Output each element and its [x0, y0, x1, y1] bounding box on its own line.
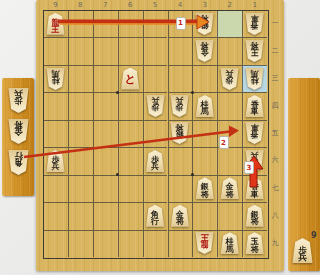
piece-kanji: 角行 [146, 211, 165, 227]
piece-kanji: 金将 [195, 40, 214, 56]
file-label-1: 1 [250, 1, 260, 9]
file-label-5: 5 [150, 1, 160, 9]
piece-kanji: と [121, 74, 140, 90]
piece-kanji: 王将 [245, 40, 264, 56]
square-86[interactable] [68, 147, 93, 174]
piece-kanji: 銀将 [195, 183, 214, 199]
square-59[interactable] [143, 230, 168, 257]
square-95[interactable] [43, 120, 68, 147]
square-26[interactable] [217, 147, 242, 174]
sente-hand-pawn-count: 9 [311, 231, 317, 240]
square-76[interactable] [93, 147, 118, 174]
square-24[interactable] [217, 92, 242, 119]
piece-kanji: 龍王 [195, 232, 214, 248]
piece-kanji: 香車 [245, 122, 264, 138]
piece-kanji: 銀将 [170, 122, 189, 138]
square-84[interactable] [68, 92, 93, 119]
square-57[interactable] [143, 175, 168, 202]
square-21[interactable] [217, 10, 242, 37]
square-62[interactable] [118, 37, 143, 64]
square-38[interactable] [192, 202, 217, 229]
square-75[interactable] [93, 120, 118, 147]
square-77[interactable] [93, 175, 118, 202]
square-28[interactable] [217, 202, 242, 229]
square-46[interactable] [168, 147, 193, 174]
square-79[interactable] [93, 230, 118, 257]
piece-kanji: 歩兵 [46, 156, 65, 172]
square-22[interactable] [217, 37, 242, 64]
rank-label-2: 二 [270, 47, 280, 55]
square-82[interactable] [68, 37, 93, 64]
square-81[interactable] [68, 10, 93, 37]
hoshi-dot [191, 91, 194, 94]
piece-kanji: 金将 [8, 119, 29, 135]
piece-kanji: 金将 [220, 183, 239, 199]
piece-kanji: 桂馬 [46, 68, 65, 84]
square-52[interactable] [143, 37, 168, 64]
piece-kanji: 角行 [8, 150, 29, 166]
piece-kanji: 歩兵 [220, 68, 239, 84]
piece-kanji: 桂馬 [195, 101, 214, 117]
square-33[interactable] [192, 65, 217, 92]
square-66[interactable] [118, 147, 143, 174]
shogi-app: 987654321一二三四五六七八九 龍王銀将香車金将王将桂馬と歩兵桂馬歩兵歩兵… [0, 0, 320, 275]
square-69[interactable] [118, 230, 143, 257]
square-65[interactable] [118, 120, 143, 147]
square-94[interactable] [43, 92, 68, 119]
piece-kanji: 歩兵 [292, 247, 313, 263]
piece-kanji: 金将 [170, 211, 189, 227]
square-68[interactable] [118, 202, 143, 229]
square-74[interactable] [93, 92, 118, 119]
piece-kanji: 歩兵 [8, 88, 29, 104]
rank-label-8: 八 [270, 211, 280, 219]
file-label-8: 8 [75, 1, 85, 9]
rank-label-6: 六 [270, 156, 280, 164]
file-label-6: 6 [125, 1, 135, 9]
rank-label-1: 一 [270, 19, 280, 27]
rank-label-9: 九 [270, 239, 280, 247]
square-25[interactable] [217, 120, 242, 147]
file-label-4: 4 [175, 1, 185, 9]
rank-label-3: 三 [270, 74, 280, 82]
square-35[interactable] [192, 120, 217, 147]
square-49[interactable] [168, 230, 193, 257]
piece-kanji: 歩兵 [146, 156, 165, 172]
square-67[interactable] [118, 175, 143, 202]
square-88[interactable] [68, 202, 93, 229]
piece-kanji: 歩兵 [146, 95, 165, 111]
square-89[interactable] [68, 230, 93, 257]
square-99[interactable] [43, 230, 68, 257]
square-72[interactable] [93, 37, 118, 64]
piece-kanji: 歩兵 [245, 150, 264, 166]
square-87[interactable] [68, 175, 93, 202]
piece-kanji: 銀将 [195, 13, 214, 29]
piece-kanji: 香車 [245, 101, 264, 117]
square-53[interactable] [143, 65, 168, 92]
square-36[interactable] [192, 147, 217, 174]
square-43[interactable] [168, 65, 193, 92]
square-97[interactable] [43, 175, 68, 202]
square-92[interactable] [43, 37, 68, 64]
square-41[interactable] [168, 10, 193, 37]
piece-kanji: 桂馬 [220, 238, 239, 254]
file-label-7: 7 [100, 1, 110, 9]
piece-kanji: 香車 [245, 183, 264, 199]
file-label-9: 9 [50, 1, 60, 9]
square-42[interactable] [168, 37, 193, 64]
square-98[interactable] [43, 202, 68, 229]
square-64[interactable] [118, 92, 143, 119]
piece-kanji: 龍王 [46, 19, 65, 35]
piece-kanji: 香車 [245, 13, 264, 29]
piece-kanji: 桂馬 [245, 68, 264, 84]
rank-label-5: 五 [270, 129, 280, 137]
square-61[interactable] [118, 10, 143, 37]
piece-kanji: 銀将 [245, 211, 264, 227]
piece-kanji: 歩兵 [170, 95, 189, 111]
square-85[interactable] [68, 120, 93, 147]
rank-label-4: 四 [270, 102, 280, 110]
file-label-2: 2 [225, 1, 235, 9]
square-71[interactable] [93, 10, 118, 37]
square-55[interactable] [143, 120, 168, 147]
rank-label-7: 七 [270, 184, 280, 192]
piece-kanji: 玉将 [245, 238, 264, 254]
square-47[interactable] [168, 175, 193, 202]
file-label-3: 3 [200, 1, 210, 9]
square-73[interactable] [93, 65, 118, 92]
square-83[interactable] [68, 65, 93, 92]
square-78[interactable] [93, 202, 118, 229]
square-51[interactable] [143, 10, 168, 37]
